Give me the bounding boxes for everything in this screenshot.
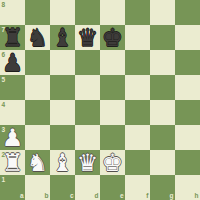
square-h1[interactable]: h: [175, 175, 200, 200]
square-c7[interactable]: ♝: [50, 25, 75, 50]
rank-label-5: 5: [2, 76, 6, 83]
square-g6[interactable]: [150, 50, 175, 75]
white-queen[interactable]: ♛: [75, 150, 100, 175]
file-label-d: d: [95, 192, 99, 199]
rank-label-1: 1: [2, 176, 6, 183]
square-f1[interactable]: f: [125, 175, 150, 200]
square-d7[interactable]: ♛: [75, 25, 100, 50]
square-f6[interactable]: [125, 50, 150, 75]
square-f5[interactable]: [125, 75, 150, 100]
file-label-h: h: [195, 192, 199, 199]
square-b4[interactable]: [25, 100, 50, 125]
square-e2[interactable]: ♚: [100, 150, 125, 175]
square-h2[interactable]: [175, 150, 200, 175]
chess-board: 87♜♞♝♛♚6♟543♟2♜♞♝♛♚1abcdefgh: [0, 0, 200, 200]
square-b3[interactable]: [25, 125, 50, 150]
square-a8[interactable]: 8: [0, 0, 25, 25]
white-knight[interactable]: ♞: [25, 150, 50, 175]
black-pawn[interactable]: ♟: [0, 50, 25, 75]
square-e4[interactable]: [100, 100, 125, 125]
square-g7[interactable]: [150, 25, 175, 50]
square-d4[interactable]: [75, 100, 100, 125]
square-e1[interactable]: e: [100, 175, 125, 200]
square-d6[interactable]: [75, 50, 100, 75]
square-g2[interactable]: [150, 150, 175, 175]
white-king[interactable]: ♚: [100, 150, 125, 175]
square-d3[interactable]: [75, 125, 100, 150]
square-h8[interactable]: [175, 0, 200, 25]
square-a4[interactable]: 4: [0, 100, 25, 125]
square-g8[interactable]: [150, 0, 175, 25]
square-c2[interactable]: ♝: [50, 150, 75, 175]
square-c1[interactable]: c: [50, 175, 75, 200]
file-label-c: c: [70, 192, 74, 199]
file-label-e: e: [120, 192, 124, 199]
square-d2[interactable]: ♛: [75, 150, 100, 175]
square-b1[interactable]: b: [25, 175, 50, 200]
square-e3[interactable]: [100, 125, 125, 150]
square-b2[interactable]: ♞: [25, 150, 50, 175]
square-c4[interactable]: [50, 100, 75, 125]
white-bishop[interactable]: ♝: [50, 150, 75, 175]
square-g3[interactable]: [150, 125, 175, 150]
square-b6[interactable]: [25, 50, 50, 75]
square-g1[interactable]: g: [150, 175, 175, 200]
white-pawn[interactable]: ♟: [0, 125, 25, 150]
square-f4[interactable]: [125, 100, 150, 125]
white-rook[interactable]: ♜: [0, 150, 25, 175]
file-label-f: f: [146, 192, 148, 199]
square-c3[interactable]: [50, 125, 75, 150]
square-a3[interactable]: 3♟: [0, 125, 25, 150]
square-f7[interactable]: [125, 25, 150, 50]
file-label-g: g: [170, 192, 174, 199]
square-e8[interactable]: [100, 0, 125, 25]
square-a2[interactable]: 2♜: [0, 150, 25, 175]
square-e7[interactable]: ♚: [100, 25, 125, 50]
square-c5[interactable]: [50, 75, 75, 100]
square-d1[interactable]: d: [75, 175, 100, 200]
square-b7[interactable]: ♞: [25, 25, 50, 50]
square-g5[interactable]: [150, 75, 175, 100]
square-e6[interactable]: [100, 50, 125, 75]
black-king[interactable]: ♚: [100, 25, 125, 50]
file-label-a: a: [20, 192, 24, 199]
black-bishop[interactable]: ♝: [50, 25, 75, 50]
black-queen[interactable]: ♛: [75, 25, 100, 50]
square-h4[interactable]: [175, 100, 200, 125]
square-h7[interactable]: [175, 25, 200, 50]
square-f8[interactable]: [125, 0, 150, 25]
square-a5[interactable]: 5: [0, 75, 25, 100]
rank-label-8: 8: [2, 1, 6, 8]
square-h3[interactable]: [175, 125, 200, 150]
square-h5[interactable]: [175, 75, 200, 100]
square-f2[interactable]: [125, 150, 150, 175]
square-b8[interactable]: [25, 0, 50, 25]
square-c8[interactable]: [50, 0, 75, 25]
file-label-b: b: [45, 192, 49, 199]
square-c6[interactable]: [50, 50, 75, 75]
black-rook[interactable]: ♜: [0, 25, 25, 50]
square-d5[interactable]: [75, 75, 100, 100]
square-e5[interactable]: [100, 75, 125, 100]
square-d8[interactable]: [75, 0, 100, 25]
rank-label-4: 4: [2, 101, 6, 108]
black-knight[interactable]: ♞: [25, 25, 50, 50]
square-a7[interactable]: 7♜: [0, 25, 25, 50]
square-h6[interactable]: [175, 50, 200, 75]
square-f3[interactable]: [125, 125, 150, 150]
square-a1[interactable]: 1a: [0, 175, 25, 200]
square-b5[interactable]: [25, 75, 50, 100]
square-g4[interactable]: [150, 100, 175, 125]
square-a6[interactable]: 6♟: [0, 50, 25, 75]
